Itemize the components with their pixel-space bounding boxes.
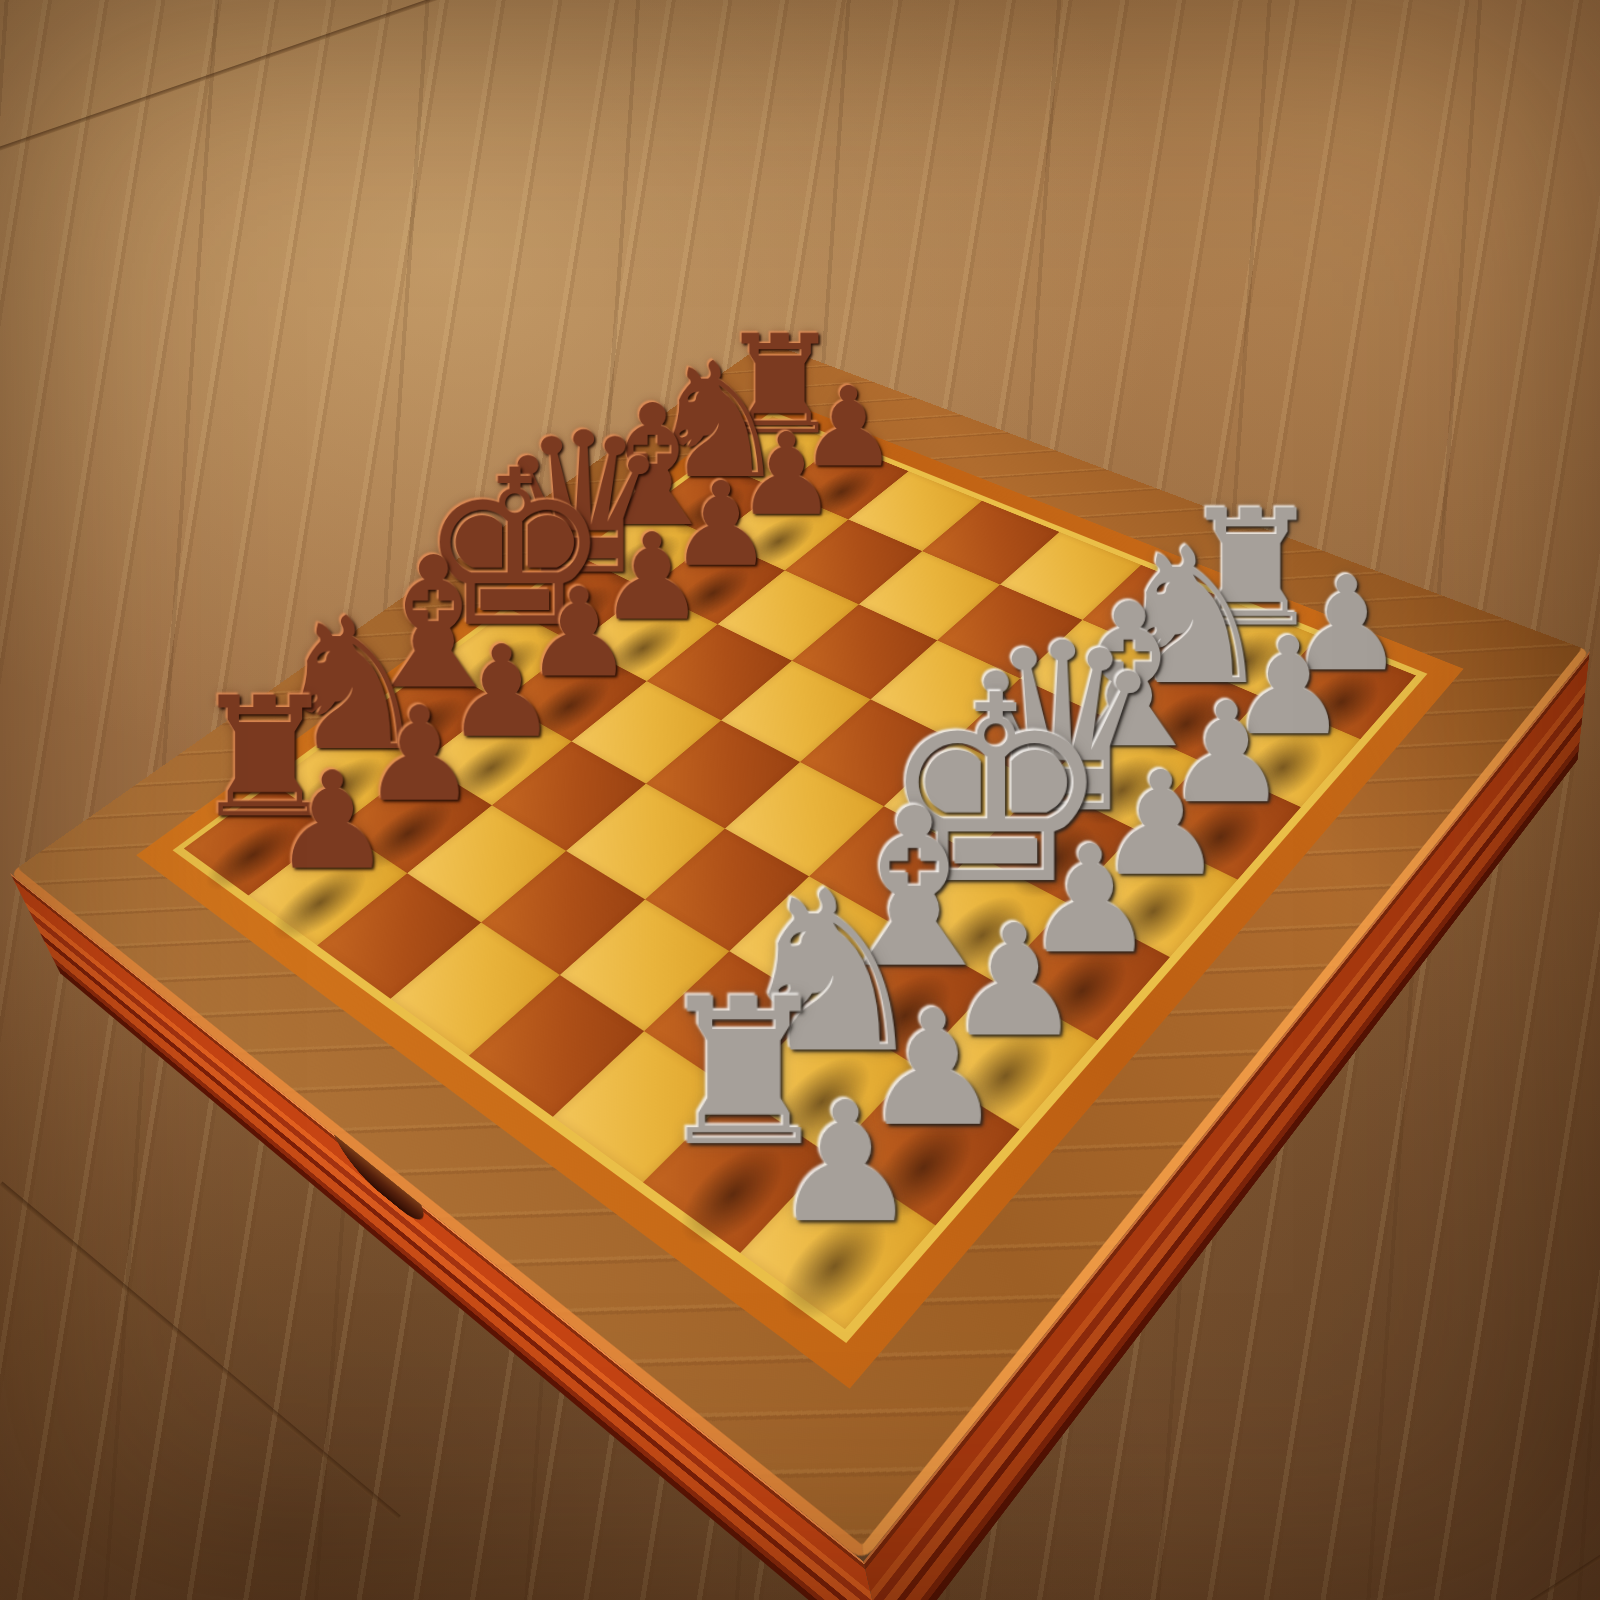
- chess-board: ♜♞♝♛♚♝♞♜♟♟♟♟♟♟♟♟♜♞♝♛♚♝♞♜♟♟♟♟♟♟♟♟: [10, 342, 1590, 1562]
- p-glyph: ♟: [229, 754, 436, 889]
- p-glyph: ♟: [718, 1080, 973, 1246]
- perspective-wrapper: ♜♞♝♛♚♝♞♜♟♟♟♟♟♟♟♟♜♞♝♛♚♝♞♜♟♟♟♟♟♟♟♟: [0, 0, 1600, 1600]
- chess-photo-scene: ♜♞♝♛♚♝♞♜♟♟♟♟♟♟♟♟♜♞♝♛♚♝♞♜♟♟♟♟♟♟♟♟: [0, 0, 1600, 1600]
